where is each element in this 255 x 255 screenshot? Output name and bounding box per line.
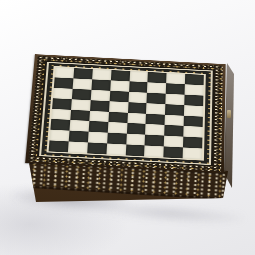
square-c1	[87, 143, 107, 155]
square-d1	[106, 144, 126, 156]
border-dark-line	[37, 61, 215, 167]
square-a1	[49, 141, 69, 153]
board-wood-frame	[25, 54, 226, 173]
chess-board	[25, 54, 226, 173]
square-h1	[183, 148, 202, 160]
board-perspective-wrapper	[25, 10, 230, 215]
border-inner-dark-band	[41, 63, 211, 164]
square-e1	[125, 145, 145, 157]
border-light-line	[39, 62, 213, 165]
clasp-detail	[227, 110, 231, 118]
board-grid	[49, 67, 204, 159]
board-mosaic-border	[28, 56, 222, 171]
square-g1	[164, 147, 183, 159]
photo-background	[0, 0, 255, 255]
square-f1	[144, 146, 164, 158]
border-white-line	[46, 66, 205, 161]
square-b1	[68, 142, 88, 154]
